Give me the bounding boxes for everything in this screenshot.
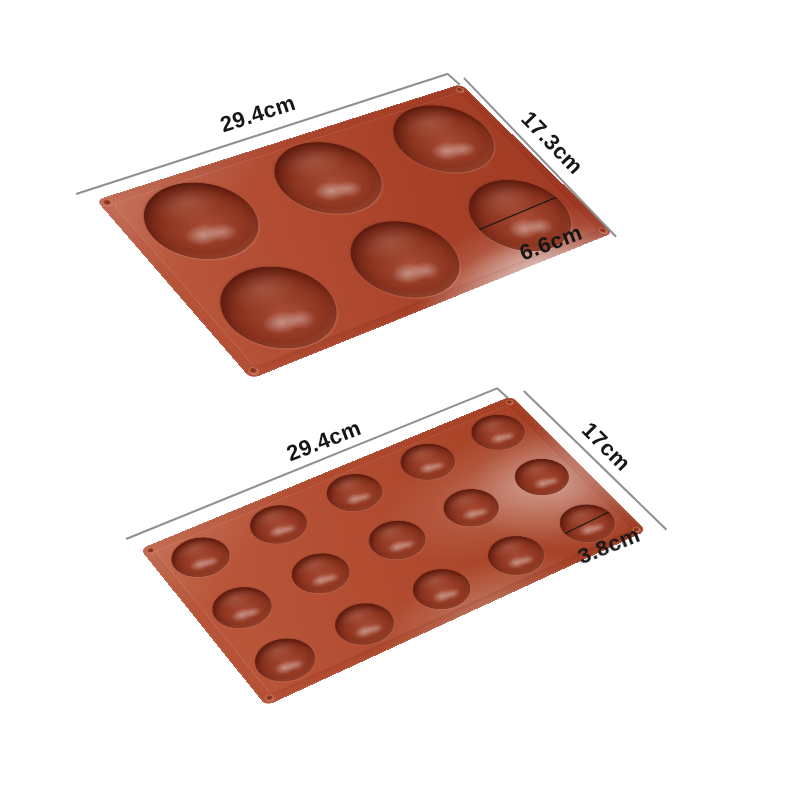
corner-hole [263,693,275,702]
corner-hole [101,198,115,207]
dim-tick-mold15-length [496,387,508,398]
corner-hole [504,399,515,406]
label-mold15-length: 29.4cm [283,415,365,467]
corner-hole [246,366,260,376]
product-photo: 29.4cm 17.3cm 6.6cm 29.4cm 17cm 3.8cm [0,0,800,800]
mold-15-cavity-body [140,396,646,706]
mold-15-cavity [140,396,646,706]
corner-hole [145,547,156,555]
label-mold6-length: 29.4cm [217,90,299,139]
label-mold15-width: 17cm [576,417,636,477]
dim-tick-mold6-length [447,73,460,85]
